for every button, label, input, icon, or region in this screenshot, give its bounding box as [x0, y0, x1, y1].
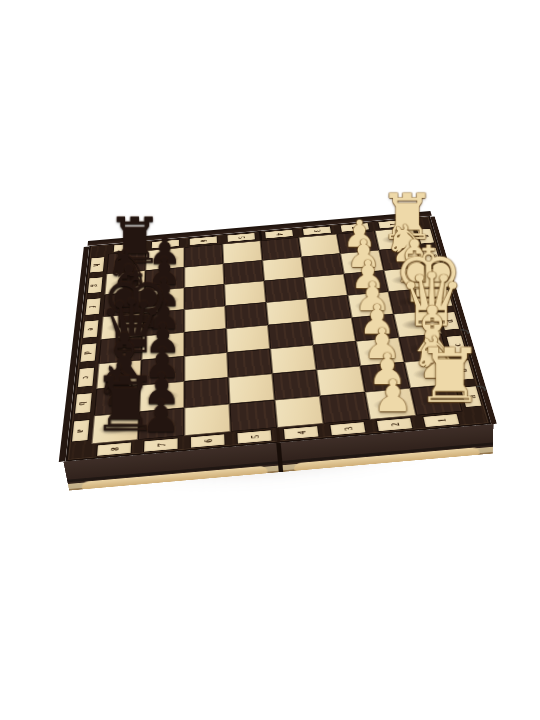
square-a4[interactable] — [275, 396, 324, 428]
chess-board-3d: ♜♟♟♜♞♟♟♞♝♟♟♝♚♟♟♚♛♟♟♛♝♟♟♝♞♟♟♞♜♟♟♜87654321… — [65, 216, 491, 462]
piece-white-rook-a1[interactable]: ♜ — [416, 341, 463, 413]
square-a6[interactable] — [184, 404, 230, 436]
rank-label-far-3: 3 — [303, 226, 331, 235]
square-a2[interactable]: ♟ — [365, 388, 416, 419]
square-b3[interactable] — [316, 366, 365, 396]
square-a7[interactable]: ♟ — [138, 408, 184, 440]
square-b5[interactable] — [228, 374, 274, 404]
rank-label-near-1: 1 — [423, 414, 459, 427]
piece-white-pawn-a2[interactable]: ♟ — [370, 375, 417, 417]
square-a8[interactable]: ♜ — [91, 412, 139, 444]
rank-label-near-7: 7 — [144, 438, 178, 451]
piece-black-rook-a8[interactable]: ♜ — [91, 370, 138, 442]
box-front-seam — [276, 443, 283, 473]
rank-label-near-3: 3 — [330, 422, 365, 435]
piece-black-pawn-a7[interactable]: ♟ — [138, 395, 185, 437]
rank-label-near-4: 4 — [284, 426, 319, 439]
rank-label-far-6: 6 — [190, 236, 217, 245]
chess-set-photo: ♜♟♟♜♞♟♟♞♝♟♟♝♚♟♟♚♛♟♟♛♝♟♟♝♞♟♟♞♜♟♟♜87654321… — [0, 0, 540, 720]
square-b4[interactable] — [272, 370, 319, 400]
chess-board[interactable]: ♜♟♟♜♞♟♟♞♝♟♟♝♚♟♟♚♛♟♟♛♝♟♟♝♞♟♟♞♜♟♟♜87654321… — [65, 216, 491, 462]
rank-label-near-2: 2 — [377, 418, 412, 431]
square-a5[interactable] — [229, 400, 277, 432]
rank-label-far-5: 5 — [227, 233, 254, 242]
square-c5[interactable] — [227, 349, 272, 378]
square-a1[interactable]: ♜ — [410, 384, 463, 415]
square-c3[interactable] — [313, 341, 360, 370]
square-e4[interactable] — [266, 299, 310, 325]
rank-label-near-8: 8 — [97, 442, 131, 455]
rank-label-near-5: 5 — [237, 430, 271, 443]
rank-label-near-6: 6 — [191, 434, 225, 447]
square-e6[interactable] — [184, 306, 226, 332]
square-a3[interactable] — [320, 392, 370, 424]
rank-label-far-4: 4 — [265, 230, 293, 239]
square-b6[interactable] — [184, 378, 229, 408]
square-d6[interactable] — [184, 329, 227, 357]
file-label-left-b: b — [75, 393, 92, 413]
file-label-left-a: a — [72, 420, 89, 441]
square-e3[interactable] — [307, 295, 352, 321]
square-f6[interactable] — [184, 284, 225, 309]
